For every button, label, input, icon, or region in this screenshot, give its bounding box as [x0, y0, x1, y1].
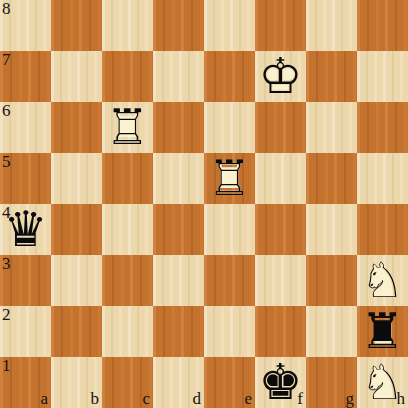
square-b7[interactable] [51, 51, 102, 102]
square-a3[interactable]: 3 [0, 255, 51, 306]
rook-glyph: ♜ [357, 306, 408, 357]
piece-white-king-f7[interactable]: ♚♔ [255, 51, 306, 102]
square-h5[interactable] [357, 153, 408, 204]
queen-glyph: ♛ [0, 204, 51, 255]
square-b3[interactable] [51, 255, 102, 306]
square-a7[interactable]: 7 [0, 51, 51, 102]
rank-label-5: 5 [2, 153, 11, 171]
knight-outline-glyph: ♘ [357, 357, 408, 408]
square-e8[interactable] [204, 0, 255, 51]
piece-black-queen-a4[interactable]: ♛ [0, 204, 51, 255]
square-d1[interactable]: d [153, 357, 204, 408]
square-g1[interactable]: g [306, 357, 357, 408]
square-d3[interactable] [153, 255, 204, 306]
square-g2[interactable] [306, 306, 357, 357]
file-label-d: d [193, 390, 202, 407]
square-b4[interactable] [51, 204, 102, 255]
square-f8[interactable] [255, 0, 306, 51]
square-a6[interactable]: 6 [0, 102, 51, 153]
square-g8[interactable] [306, 0, 357, 51]
square-a2[interactable]: 2 [0, 306, 51, 357]
king-glyph: ♚ [255, 357, 306, 408]
square-f1[interactable]: f♚ [255, 357, 306, 408]
rook-outline-glyph: ♖ [204, 153, 255, 204]
square-h3[interactable]: ♞♘ [357, 255, 408, 306]
square-h8[interactable] [357, 0, 408, 51]
square-e4[interactable] [204, 204, 255, 255]
square-h7[interactable] [357, 51, 408, 102]
square-h6[interactable] [357, 102, 408, 153]
square-d7[interactable] [153, 51, 204, 102]
chess-board: 87♚♔6♜♖5♜♖4♛3♞♘2♜1abcdef♚gh♞♘ [0, 0, 408, 408]
square-g3[interactable] [306, 255, 357, 306]
square-f7[interactable]: ♚♔ [255, 51, 306, 102]
square-c3[interactable] [102, 255, 153, 306]
square-b1[interactable]: b [51, 357, 102, 408]
square-g7[interactable] [306, 51, 357, 102]
square-e1[interactable]: e [204, 357, 255, 408]
square-e3[interactable] [204, 255, 255, 306]
square-d2[interactable] [153, 306, 204, 357]
square-a1[interactable]: 1a [0, 357, 51, 408]
square-b2[interactable] [51, 306, 102, 357]
square-c2[interactable] [102, 306, 153, 357]
file-label-c: c [142, 390, 150, 407]
piece-white-knight-h3[interactable]: ♞♘ [357, 255, 408, 306]
square-f3[interactable] [255, 255, 306, 306]
square-g6[interactable] [306, 102, 357, 153]
rank-label-2: 2 [2, 306, 11, 324]
square-h1[interactable]: h♞♘ [357, 357, 408, 408]
square-f2[interactable] [255, 306, 306, 357]
square-a8[interactable]: 8 [0, 0, 51, 51]
piece-white-rook-e5[interactable]: ♜♖ [204, 153, 255, 204]
file-label-b: b [91, 390, 100, 407]
square-e5[interactable]: ♜♖ [204, 153, 255, 204]
piece-black-rook-h2[interactable]: ♜ [357, 306, 408, 357]
board-grid: 87♚♔6♜♖5♜♖4♛3♞♘2♜1abcdef♚gh♞♘ [0, 0, 408, 408]
square-b5[interactable] [51, 153, 102, 204]
square-f4[interactable] [255, 204, 306, 255]
square-c5[interactable] [102, 153, 153, 204]
rook-outline-glyph: ♖ [102, 102, 153, 153]
square-b8[interactable] [51, 0, 102, 51]
square-c1[interactable]: c [102, 357, 153, 408]
square-a4[interactable]: 4♛ [0, 204, 51, 255]
knight-outline-glyph: ♘ [357, 255, 408, 306]
piece-black-king-f1[interactable]: ♚ [255, 357, 306, 408]
square-f6[interactable] [255, 102, 306, 153]
rank-label-1: 1 [2, 357, 11, 375]
square-g5[interactable] [306, 153, 357, 204]
file-label-e: e [244, 390, 252, 407]
square-d4[interactable] [153, 204, 204, 255]
rank-label-6: 6 [2, 102, 11, 120]
square-d5[interactable] [153, 153, 204, 204]
piece-white-rook-c6[interactable]: ♜♖ [102, 102, 153, 153]
square-f5[interactable] [255, 153, 306, 204]
rank-label-8: 8 [2, 0, 11, 18]
square-d6[interactable] [153, 102, 204, 153]
square-h2[interactable]: ♜ [357, 306, 408, 357]
square-e7[interactable] [204, 51, 255, 102]
square-c4[interactable] [102, 204, 153, 255]
square-a5[interactable]: 5 [0, 153, 51, 204]
square-h4[interactable] [357, 204, 408, 255]
square-e2[interactable] [204, 306, 255, 357]
file-label-g: g [346, 390, 355, 407]
square-b6[interactable] [51, 102, 102, 153]
rank-label-7: 7 [2, 51, 11, 69]
square-c8[interactable] [102, 0, 153, 51]
king-outline-glyph: ♔ [255, 51, 306, 102]
square-g4[interactable] [306, 204, 357, 255]
piece-white-knight-h1[interactable]: ♞♘ [357, 357, 408, 408]
square-c6[interactable]: ♜♖ [102, 102, 153, 153]
square-d8[interactable] [153, 0, 204, 51]
square-c7[interactable] [102, 51, 153, 102]
file-label-a: a [40, 390, 48, 407]
square-e6[interactable] [204, 102, 255, 153]
